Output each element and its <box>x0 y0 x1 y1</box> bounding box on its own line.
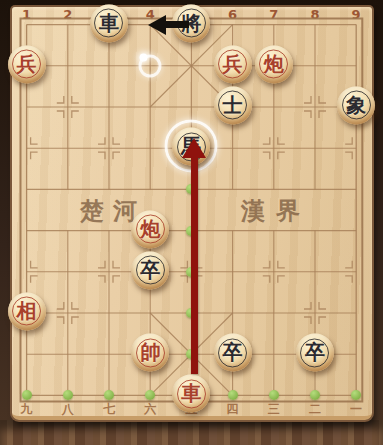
board-point[interactable] <box>6 4 47 45</box>
board-point[interactable] <box>253 86 294 127</box>
legal-move-dot[interactable] <box>351 390 361 400</box>
board-point[interactable] <box>130 292 171 333</box>
board-point[interactable]: 象 <box>336 86 377 127</box>
board-point[interactable] <box>130 86 171 127</box>
red-elephant[interactable]: 相 <box>8 292 46 330</box>
board-point[interactable] <box>294 251 335 292</box>
board-point[interactable] <box>6 86 47 127</box>
board-point[interactable] <box>336 45 377 86</box>
board-point[interactable] <box>88 169 129 210</box>
board-point[interactable] <box>253 251 294 292</box>
red-soldier-1[interactable]: 兵 <box>8 45 46 83</box>
piece-glyph: 將 <box>181 13 201 33</box>
board-point[interactable] <box>47 251 88 292</box>
piece-glyph: 象 <box>346 95 366 115</box>
board-point[interactable]: 帥 <box>130 334 171 375</box>
board-point[interactable] <box>88 375 129 416</box>
legal-move-dot[interactable] <box>269 390 279 400</box>
board-point[interactable] <box>47 292 88 333</box>
board-point[interactable] <box>88 292 129 333</box>
piece-glyph: 卒 <box>223 343 243 363</box>
board-point[interactable] <box>171 45 212 86</box>
legal-move-dot[interactable] <box>228 390 238 400</box>
board-point[interactable] <box>88 86 129 127</box>
board-point[interactable] <box>88 45 129 86</box>
board-point[interactable] <box>294 86 335 127</box>
board-point[interactable] <box>336 210 377 251</box>
legal-move-dot[interactable] <box>186 226 196 236</box>
board-point[interactable] <box>88 251 129 292</box>
legal-move-dot[interactable] <box>104 390 114 400</box>
board-point[interactable] <box>47 210 88 251</box>
board-point[interactable] <box>294 375 335 416</box>
board-point[interactable]: 車 <box>88 4 129 45</box>
board-point[interactable] <box>130 169 171 210</box>
red-general[interactable]: 帥 <box>131 334 169 372</box>
board-point[interactable] <box>253 292 294 333</box>
piece-glyph: 相 <box>17 301 37 321</box>
board-point[interactable] <box>6 169 47 210</box>
board-point[interactable] <box>212 169 253 210</box>
legal-move-dot[interactable] <box>63 390 73 400</box>
black-soldier-2[interactable]: 卒 <box>214 334 252 372</box>
board-point[interactable] <box>6 375 47 416</box>
board-point[interactable] <box>212 375 253 416</box>
board-point[interactable] <box>212 251 253 292</box>
red-cannon-1[interactable]: 炮 <box>255 45 293 83</box>
legal-move-dot[interactable] <box>310 390 320 400</box>
board-point[interactable] <box>6 128 47 169</box>
board-point[interactable] <box>336 292 377 333</box>
piece-glyph: 卒 <box>140 260 160 280</box>
piece-glyph: 馬 <box>181 137 201 157</box>
piece-glyph: 帥 <box>140 343 160 363</box>
board-point[interactable] <box>88 210 129 251</box>
piece-glyph: 士 <box>223 95 243 115</box>
board-point[interactable] <box>336 334 377 375</box>
legal-move-dot[interactable] <box>186 308 196 318</box>
board-point[interactable] <box>294 45 335 86</box>
board-point[interactable] <box>253 128 294 169</box>
board-point[interactable] <box>212 292 253 333</box>
board-point[interactable] <box>294 128 335 169</box>
black-soldier-3[interactable]: 卒 <box>296 334 334 372</box>
board-point[interactable] <box>294 210 335 251</box>
board-point[interactable] <box>336 251 377 292</box>
board-point[interactable]: 車 <box>171 375 212 416</box>
board-point[interactable] <box>253 375 294 416</box>
board-point[interactable] <box>6 210 47 251</box>
board-point[interactable] <box>253 334 294 375</box>
board-point[interactable] <box>130 4 171 45</box>
board-point[interactable] <box>130 375 171 416</box>
board-point[interactable] <box>171 292 212 333</box>
board-point[interactable] <box>253 4 294 45</box>
board-point[interactable] <box>294 4 335 45</box>
black-general[interactable]: 將 <box>172 4 210 42</box>
piece-glyph: 車 <box>99 13 119 33</box>
black-elephant[interactable]: 象 <box>337 86 375 124</box>
board-point[interactable]: 士 <box>212 86 253 127</box>
piece-glyph: 兵 <box>223 54 243 74</box>
black-soldier-1[interactable]: 卒 <box>131 251 169 289</box>
board-point[interactable] <box>336 375 377 416</box>
board-point[interactable] <box>294 292 335 333</box>
board-point[interactable]: 馬 <box>171 128 212 169</box>
red-cannon-2[interactable]: 炮 <box>131 210 169 248</box>
board-point[interactable] <box>47 169 88 210</box>
piece-glyph: 炮 <box>140 219 160 239</box>
board-point[interactable] <box>336 128 377 169</box>
board-point[interactable] <box>336 4 377 45</box>
board-point[interactable] <box>294 169 335 210</box>
piece-glyph: 炮 <box>264 54 284 74</box>
black-chariot[interactable]: 車 <box>90 4 128 42</box>
red-soldier-2[interactable]: 兵 <box>214 45 252 83</box>
board-point[interactable] <box>171 210 212 251</box>
board-point[interactable] <box>212 4 253 45</box>
sparkle-effect <box>139 54 162 77</box>
board-point[interactable] <box>171 251 212 292</box>
black-advisor[interactable]: 士 <box>214 86 252 124</box>
board-point[interactable] <box>47 4 88 45</box>
board-point[interactable] <box>253 210 294 251</box>
legal-move-dot[interactable] <box>186 267 196 277</box>
piece-glyph: 車 <box>181 384 201 404</box>
board-point[interactable]: 炮 <box>253 45 294 86</box>
board-point[interactable]: 相 <box>6 292 47 333</box>
legal-move-dot[interactable] <box>186 349 196 359</box>
board-point[interactable] <box>212 128 253 169</box>
board-point[interactable] <box>47 334 88 375</box>
legal-move-dot[interactable] <box>145 390 155 400</box>
board-point[interactable] <box>88 334 129 375</box>
board-point[interactable] <box>47 86 88 127</box>
board-point[interactable] <box>336 169 377 210</box>
board-point[interactable] <box>47 45 88 86</box>
board-point[interactable]: 炮 <box>130 210 171 251</box>
board-point[interactable] <box>212 210 253 251</box>
board-point[interactable] <box>171 169 212 210</box>
board-points-grid: 車將兵兵炮士象馬炮卒相帥卒卒車 <box>6 4 377 416</box>
board-point[interactable] <box>171 334 212 375</box>
piece-glyph: 卒 <box>305 343 325 363</box>
board-point[interactable] <box>6 251 47 292</box>
piece-glyph: 兵 <box>17 54 37 74</box>
board-point[interactable]: 兵 <box>6 45 47 86</box>
xiangqi-app: 123456789 九八七六五四三二一 楚河 漢界 車將兵兵炮士象馬炮卒相帥卒卒… <box>0 0 383 445</box>
black-horse[interactable]: 馬 <box>172 128 210 166</box>
board-point[interactable]: 兵 <box>212 45 253 86</box>
board-point[interactable] <box>130 45 171 86</box>
board-point[interactable] <box>253 169 294 210</box>
board-point[interactable] <box>6 334 47 375</box>
red-chariot[interactable]: 車 <box>172 375 210 413</box>
board-point[interactable] <box>47 128 88 169</box>
board-point[interactable]: 卒 <box>212 334 253 375</box>
board-point[interactable] <box>47 375 88 416</box>
board-point[interactable]: 卒 <box>130 251 171 292</box>
legal-move-dot[interactable] <box>22 390 32 400</box>
legal-move-dot[interactable] <box>186 184 196 194</box>
board-point[interactable]: 將 <box>171 4 212 45</box>
board-point[interactable]: 卒 <box>294 334 335 375</box>
board-point[interactable] <box>88 128 129 169</box>
